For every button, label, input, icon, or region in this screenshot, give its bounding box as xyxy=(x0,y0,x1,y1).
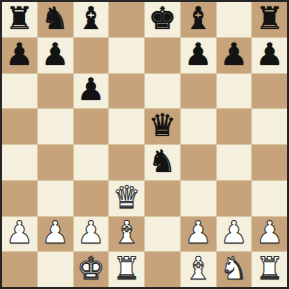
square-a5[interactable] xyxy=(2,109,37,144)
square-f8[interactable]: ♝ xyxy=(181,2,216,37)
square-c2[interactable]: ♟ xyxy=(74,217,109,252)
square-c4[interactable] xyxy=(74,145,109,180)
white-pawn: ♟ xyxy=(184,217,212,248)
white-pawn: ♟ xyxy=(256,217,284,248)
black-bishop: ♝ xyxy=(184,3,212,34)
square-g6[interactable] xyxy=(217,74,252,109)
square-a6[interactable] xyxy=(2,74,37,109)
black-knight: ♞ xyxy=(148,146,176,177)
white-pawn: ♟ xyxy=(41,217,69,248)
square-h3[interactable] xyxy=(252,181,287,216)
white-pawn: ♟ xyxy=(220,217,248,248)
black-pawn: ♟ xyxy=(5,39,33,70)
square-c5[interactable] xyxy=(74,109,109,144)
square-d7[interactable] xyxy=(109,38,144,73)
square-f1[interactable]: ♝ xyxy=(181,252,216,287)
black-rook: ♜ xyxy=(5,3,33,34)
black-pawn: ♟ xyxy=(184,39,212,70)
square-f2[interactable]: ♟ xyxy=(181,217,216,252)
white-queen: ♛ xyxy=(113,182,141,213)
square-f6[interactable] xyxy=(181,74,216,109)
square-d3[interactable]: ♛ xyxy=(109,181,144,216)
square-g7[interactable]: ♟ xyxy=(217,38,252,73)
white-pawn: ♟ xyxy=(77,217,105,248)
square-f4[interactable] xyxy=(181,145,216,180)
square-a2[interactable]: ♟ xyxy=(2,217,37,252)
square-d8[interactable] xyxy=(109,2,144,37)
square-f5[interactable] xyxy=(181,109,216,144)
square-b7[interactable]: ♟ xyxy=(38,38,73,73)
square-b5[interactable] xyxy=(38,109,73,144)
square-c6[interactable]: ♟ xyxy=(74,74,109,109)
square-a1[interactable] xyxy=(2,252,37,287)
white-rook: ♜ xyxy=(256,253,284,284)
black-pawn: ♟ xyxy=(41,39,69,70)
black-knight: ♞ xyxy=(41,3,69,34)
square-d4[interactable] xyxy=(109,145,144,180)
square-h8[interactable]: ♜ xyxy=(252,2,287,37)
black-queen: ♛ xyxy=(148,110,176,141)
square-h5[interactable] xyxy=(252,109,287,144)
chess-board-container: ♜♞♝♚♝♜♟♟♟♟♟♟♛♞♛♟♟♟♝♟♟♟♚♜♝♞♜ xyxy=(0,0,289,289)
square-e3[interactable] xyxy=(145,181,180,216)
square-d5[interactable] xyxy=(109,109,144,144)
square-h2[interactable]: ♟ xyxy=(252,217,287,252)
chess-board: ♜♞♝♚♝♜♟♟♟♟♟♟♛♞♛♟♟♟♝♟♟♟♚♜♝♞♜ xyxy=(0,0,289,289)
square-g8[interactable] xyxy=(217,2,252,37)
square-h4[interactable] xyxy=(252,145,287,180)
black-pawn: ♟ xyxy=(220,39,248,70)
square-g3[interactable] xyxy=(217,181,252,216)
square-b2[interactable]: ♟ xyxy=(38,217,73,252)
square-g4[interactable] xyxy=(217,145,252,180)
white-bishop: ♝ xyxy=(113,217,141,248)
square-e5[interactable]: ♛ xyxy=(145,109,180,144)
square-e6[interactable] xyxy=(145,74,180,109)
square-c1[interactable]: ♚ xyxy=(74,252,109,287)
black-rook: ♜ xyxy=(256,3,284,34)
square-a7[interactable]: ♟ xyxy=(2,38,37,73)
square-a8[interactable]: ♜ xyxy=(2,2,37,37)
black-bishop: ♝ xyxy=(77,3,105,34)
square-b8[interactable]: ♞ xyxy=(38,2,73,37)
square-a4[interactable] xyxy=(2,145,37,180)
square-c7[interactable] xyxy=(74,38,109,73)
square-e2[interactable] xyxy=(145,217,180,252)
square-c8[interactable]: ♝ xyxy=(74,2,109,37)
square-g5[interactable] xyxy=(217,109,252,144)
square-b3[interactable] xyxy=(38,181,73,216)
square-e8[interactable]: ♚ xyxy=(145,2,180,37)
square-c3[interactable] xyxy=(74,181,109,216)
white-pawn: ♟ xyxy=(5,217,33,248)
white-king: ♚ xyxy=(77,253,105,284)
black-pawn: ♟ xyxy=(256,39,284,70)
square-f7[interactable]: ♟ xyxy=(181,38,216,73)
square-d1[interactable]: ♜ xyxy=(109,252,144,287)
black-king: ♚ xyxy=(148,3,176,34)
square-g2[interactable]: ♟ xyxy=(217,217,252,252)
square-d6[interactable] xyxy=(109,74,144,109)
square-e1[interactable] xyxy=(145,252,180,287)
square-g1[interactable]: ♞ xyxy=(217,252,252,287)
square-e7[interactable] xyxy=(145,38,180,73)
square-b1[interactable] xyxy=(38,252,73,287)
square-e4[interactable]: ♞ xyxy=(145,145,180,180)
square-h1[interactable]: ♜ xyxy=(252,252,287,287)
square-f3[interactable] xyxy=(181,181,216,216)
square-b4[interactable] xyxy=(38,145,73,180)
square-a3[interactable] xyxy=(2,181,37,216)
white-knight: ♞ xyxy=(220,253,248,284)
square-b6[interactable] xyxy=(38,74,73,109)
square-h6[interactable] xyxy=(252,74,287,109)
white-rook: ♜ xyxy=(113,253,141,284)
square-d2[interactable]: ♝ xyxy=(109,217,144,252)
square-h7[interactable]: ♟ xyxy=(252,38,287,73)
black-pawn: ♟ xyxy=(77,74,105,105)
white-bishop: ♝ xyxy=(184,253,212,284)
